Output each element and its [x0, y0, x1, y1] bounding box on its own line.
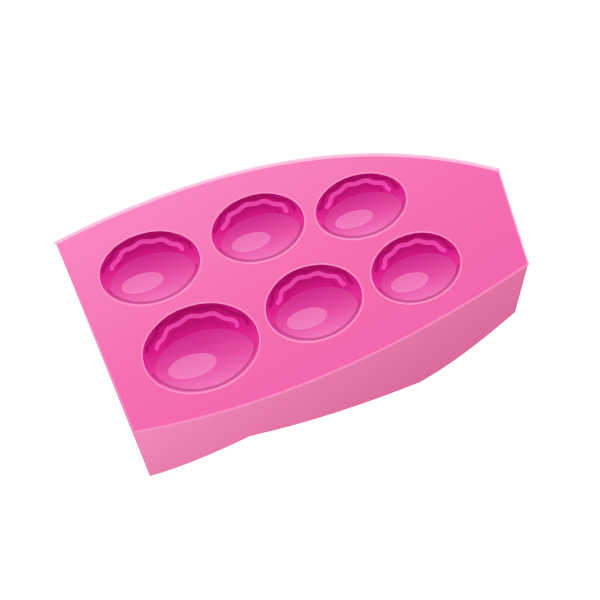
product-photo: [0, 0, 600, 600]
silicone-mold-illustration: [0, 0, 600, 600]
